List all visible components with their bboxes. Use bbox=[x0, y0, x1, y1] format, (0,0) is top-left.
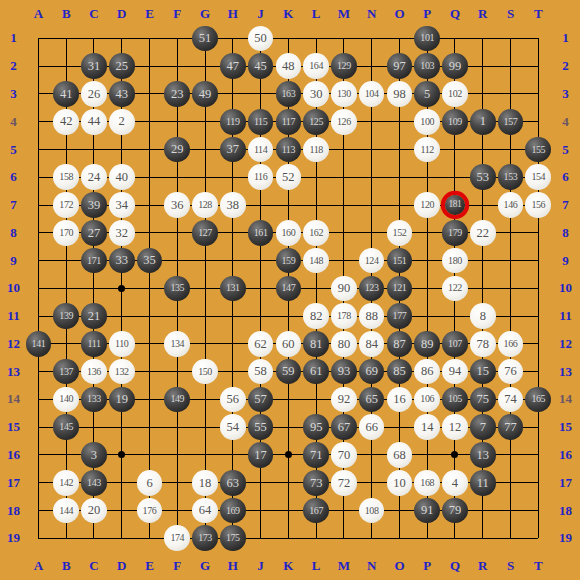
board-cell[interactable] bbox=[469, 524, 497, 552]
board-cell[interactable] bbox=[497, 25, 525, 53]
board-cell[interactable] bbox=[247, 497, 275, 525]
board-cell[interactable]: 88 bbox=[358, 302, 386, 330]
board-cell[interactable]: 167 bbox=[302, 497, 330, 525]
board-cell[interactable] bbox=[330, 25, 358, 53]
board-cell[interactable] bbox=[219, 25, 247, 53]
board-cell[interactable] bbox=[219, 441, 247, 469]
board-cell[interactable] bbox=[136, 219, 164, 247]
board-cell[interactable] bbox=[247, 524, 275, 552]
board-cell[interactable]: 132 bbox=[108, 358, 136, 386]
board-cell[interactable]: 4 bbox=[441, 469, 469, 497]
board-cell[interactable] bbox=[52, 524, 80, 552]
board-cell[interactable] bbox=[136, 330, 164, 358]
board-cell[interactable] bbox=[524, 413, 552, 441]
board-cell[interactable]: 45 bbox=[247, 52, 275, 80]
board-cell[interactable] bbox=[441, 136, 469, 164]
board-cell[interactable]: 58 bbox=[247, 358, 275, 386]
board-cell[interactable]: 95 bbox=[302, 413, 330, 441]
board-cell[interactable]: 109 bbox=[441, 108, 469, 136]
board-cell[interactable] bbox=[469, 247, 497, 275]
board-cell[interactable] bbox=[247, 80, 275, 108]
board-cell[interactable]: 61 bbox=[302, 358, 330, 386]
board-cell[interactable]: 168 bbox=[413, 469, 441, 497]
board-cell[interactable] bbox=[163, 497, 191, 525]
board-cell[interactable]: 73 bbox=[302, 469, 330, 497]
board-cell[interactable]: 26 bbox=[80, 80, 108, 108]
board-cell[interactable] bbox=[25, 80, 53, 108]
board-cell[interactable]: 1 bbox=[469, 108, 497, 136]
board-cell[interactable]: 2 bbox=[108, 108, 136, 136]
board-cell[interactable]: 8 bbox=[469, 302, 497, 330]
board-cell[interactable]: 72 bbox=[330, 469, 358, 497]
board-cell[interactable] bbox=[274, 441, 302, 469]
board-cell[interactable]: 131 bbox=[219, 274, 247, 302]
board-cell[interactable]: 175 bbox=[219, 524, 247, 552]
board-cell[interactable]: 14 bbox=[413, 413, 441, 441]
board-cell[interactable] bbox=[108, 524, 136, 552]
board-cell[interactable]: 120 bbox=[413, 191, 441, 219]
board-cell[interactable]: 128 bbox=[191, 191, 219, 219]
board-cell[interactable] bbox=[108, 441, 136, 469]
board-cell[interactable] bbox=[524, 497, 552, 525]
board-cell[interactable]: 126 bbox=[330, 108, 358, 136]
board-cell[interactable]: 6 bbox=[136, 469, 164, 497]
board-cell[interactable] bbox=[386, 413, 414, 441]
board-cell[interactable] bbox=[413, 219, 441, 247]
board-cell[interactable] bbox=[108, 136, 136, 164]
board-cell[interactable]: 29 bbox=[163, 136, 191, 164]
board-cell[interactable]: 145 bbox=[52, 413, 80, 441]
board-cell[interactable]: 77 bbox=[497, 413, 525, 441]
board-cell[interactable]: 178 bbox=[330, 302, 358, 330]
board-cell[interactable] bbox=[136, 386, 164, 414]
board-cell[interactable] bbox=[441, 441, 469, 469]
board-cell[interactable]: 3 bbox=[80, 441, 108, 469]
board-cell[interactable] bbox=[524, 80, 552, 108]
board-cell[interactable] bbox=[274, 25, 302, 53]
board-cell[interactable] bbox=[136, 80, 164, 108]
board-cell[interactable] bbox=[219, 302, 247, 330]
board-cell[interactable] bbox=[52, 52, 80, 80]
board-cell[interactable] bbox=[191, 136, 219, 164]
board-cell[interactable]: 38 bbox=[219, 191, 247, 219]
board-cell[interactable] bbox=[25, 108, 53, 136]
board-cell[interactable]: 20 bbox=[80, 497, 108, 525]
board-cell[interactable]: 174 bbox=[163, 524, 191, 552]
board-cell[interactable]: 5 bbox=[413, 80, 441, 108]
board-cell[interactable]: 110 bbox=[108, 330, 136, 358]
board-cell[interactable]: 124 bbox=[358, 247, 386, 275]
board-cell[interactable] bbox=[386, 136, 414, 164]
board-cell[interactable] bbox=[524, 330, 552, 358]
board-cell[interactable] bbox=[163, 469, 191, 497]
board-cell[interactable] bbox=[25, 469, 53, 497]
board-cell[interactable]: 97 bbox=[386, 52, 414, 80]
board-cell[interactable]: 127 bbox=[191, 219, 219, 247]
board-cell[interactable] bbox=[358, 191, 386, 219]
board-cell[interactable] bbox=[386, 163, 414, 191]
board-cell[interactable]: 159 bbox=[274, 247, 302, 275]
board-cell[interactable] bbox=[163, 219, 191, 247]
board-cell[interactable] bbox=[25, 191, 53, 219]
board-cell[interactable] bbox=[108, 302, 136, 330]
board-cell[interactable]: 119 bbox=[219, 108, 247, 136]
board-cell[interactable]: 91 bbox=[413, 497, 441, 525]
board-cell[interactable] bbox=[25, 136, 53, 164]
board-cell[interactable]: 17 bbox=[247, 441, 275, 469]
board-cell[interactable]: 180 bbox=[441, 247, 469, 275]
board-cell[interactable]: 59 bbox=[274, 358, 302, 386]
board-cell[interactable]: 170 bbox=[52, 219, 80, 247]
board-cell[interactable] bbox=[274, 469, 302, 497]
board-cell[interactable] bbox=[274, 386, 302, 414]
board-cell[interactable]: 51 bbox=[191, 25, 219, 53]
board-cell[interactable]: 139 bbox=[52, 302, 80, 330]
board-cell[interactable] bbox=[330, 247, 358, 275]
board-cell[interactable] bbox=[413, 274, 441, 302]
board-cell[interactable] bbox=[247, 302, 275, 330]
board-cell[interactable]: 148 bbox=[302, 247, 330, 275]
board-cell[interactable] bbox=[191, 163, 219, 191]
board-cell[interactable]: 87 bbox=[386, 330, 414, 358]
board-cell[interactable]: 158 bbox=[52, 163, 80, 191]
board-cell[interactable]: 78 bbox=[469, 330, 497, 358]
board-cell[interactable]: 7 bbox=[469, 413, 497, 441]
board-cell[interactable] bbox=[136, 302, 164, 330]
board-cell[interactable] bbox=[358, 136, 386, 164]
board-cell[interactable] bbox=[136, 25, 164, 53]
board-cell[interactable] bbox=[108, 469, 136, 497]
board-cell[interactable] bbox=[497, 136, 525, 164]
board-cell[interactable]: 16 bbox=[386, 386, 414, 414]
board-cell[interactable]: 13 bbox=[469, 441, 497, 469]
board-cell[interactable] bbox=[191, 52, 219, 80]
board-cell[interactable] bbox=[191, 247, 219, 275]
board-cell[interactable]: 157 bbox=[497, 108, 525, 136]
board-cell[interactable]: 68 bbox=[386, 441, 414, 469]
board-cell[interactable]: 57 bbox=[247, 386, 275, 414]
board-cell[interactable]: 102 bbox=[441, 80, 469, 108]
board-cell[interactable]: 30 bbox=[302, 80, 330, 108]
board-cell[interactable]: 36 bbox=[163, 191, 191, 219]
board-cell[interactable]: 125 bbox=[302, 108, 330, 136]
board-cell[interactable] bbox=[191, 441, 219, 469]
board-cell[interactable]: 94 bbox=[441, 358, 469, 386]
board-cell[interactable] bbox=[386, 191, 414, 219]
board-cell[interactable] bbox=[247, 247, 275, 275]
board-cell[interactable] bbox=[386, 108, 414, 136]
board-cell[interactable] bbox=[413, 247, 441, 275]
board-cell[interactable] bbox=[524, 25, 552, 53]
board-cell[interactable]: 177 bbox=[386, 302, 414, 330]
board-cell[interactable]: 118 bbox=[302, 136, 330, 164]
board-cell[interactable] bbox=[524, 358, 552, 386]
board-cell[interactable] bbox=[386, 497, 414, 525]
board-cell[interactable]: 117 bbox=[274, 108, 302, 136]
board-cell[interactable]: 15 bbox=[469, 358, 497, 386]
board-cell[interactable]: 84 bbox=[358, 330, 386, 358]
board-cell[interactable] bbox=[25, 302, 53, 330]
board-cell[interactable] bbox=[191, 413, 219, 441]
board-cell[interactable]: 34 bbox=[108, 191, 136, 219]
board-cell[interactable]: 104 bbox=[358, 80, 386, 108]
board-cell[interactable]: 144 bbox=[52, 497, 80, 525]
board-cell[interactable]: 39 bbox=[80, 191, 108, 219]
board-cell[interactable] bbox=[524, 247, 552, 275]
board-cell[interactable]: 55 bbox=[247, 413, 275, 441]
board-cell[interactable]: 52 bbox=[274, 163, 302, 191]
board-cell[interactable] bbox=[25, 386, 53, 414]
board-cell[interactable] bbox=[136, 163, 164, 191]
board-cell[interactable]: 19 bbox=[108, 386, 136, 414]
board-cell[interactable] bbox=[386, 25, 414, 53]
board-cell[interactable] bbox=[136, 441, 164, 469]
board-cell[interactable] bbox=[330, 163, 358, 191]
board-cell[interactable] bbox=[163, 163, 191, 191]
board-cell[interactable]: 40 bbox=[108, 163, 136, 191]
board-cell[interactable] bbox=[358, 163, 386, 191]
board-cell[interactable]: 79 bbox=[441, 497, 469, 525]
board-cell[interactable]: 41 bbox=[52, 80, 80, 108]
board-cell[interactable]: 82 bbox=[302, 302, 330, 330]
board-cell[interactable]: 85 bbox=[386, 358, 414, 386]
board-cell[interactable]: 98 bbox=[386, 80, 414, 108]
board-cell[interactable]: 137 bbox=[52, 358, 80, 386]
board-cell[interactable] bbox=[52, 330, 80, 358]
board-cell[interactable]: 111 bbox=[80, 330, 108, 358]
board-cell[interactable]: 35 bbox=[136, 247, 164, 275]
board-cell[interactable] bbox=[413, 524, 441, 552]
board-cell[interactable]: 75 bbox=[469, 386, 497, 414]
board-cell[interactable] bbox=[219, 219, 247, 247]
board-cell[interactable]: 176 bbox=[136, 497, 164, 525]
board-cell[interactable] bbox=[497, 441, 525, 469]
board-cell[interactable]: 113 bbox=[274, 136, 302, 164]
board-cell[interactable]: 150 bbox=[191, 358, 219, 386]
board-cell[interactable] bbox=[163, 108, 191, 136]
board-cell[interactable] bbox=[524, 302, 552, 330]
board-cell[interactable]: 25 bbox=[108, 52, 136, 80]
board-cell[interactable] bbox=[25, 441, 53, 469]
board-cell[interactable] bbox=[497, 247, 525, 275]
board-cell[interactable] bbox=[524, 219, 552, 247]
board-cell[interactable]: 160 bbox=[274, 219, 302, 247]
board-cell[interactable] bbox=[302, 274, 330, 302]
board-cell[interactable]: 21 bbox=[80, 302, 108, 330]
board-cell[interactable]: 115 bbox=[247, 108, 275, 136]
board-cell[interactable]: 47 bbox=[219, 52, 247, 80]
board-cell[interactable] bbox=[497, 274, 525, 302]
board-cell[interactable]: 171 bbox=[80, 247, 108, 275]
board-cell[interactable] bbox=[469, 80, 497, 108]
board-cell[interactable] bbox=[497, 52, 525, 80]
board-cell[interactable]: 169 bbox=[219, 497, 247, 525]
board-cell[interactable]: 107 bbox=[441, 330, 469, 358]
board-cell[interactable] bbox=[302, 386, 330, 414]
board-cell[interactable] bbox=[108, 274, 136, 302]
board-cell[interactable]: 172 bbox=[52, 191, 80, 219]
board-cell[interactable] bbox=[469, 191, 497, 219]
board-cell[interactable]: 100 bbox=[413, 108, 441, 136]
board-cell[interactable] bbox=[136, 524, 164, 552]
board-cell[interactable]: 122 bbox=[441, 274, 469, 302]
board-cell[interactable] bbox=[219, 163, 247, 191]
board-cell[interactable] bbox=[25, 274, 53, 302]
board-cell[interactable] bbox=[497, 302, 525, 330]
board-cell[interactable] bbox=[330, 191, 358, 219]
board-cell[interactable] bbox=[25, 52, 53, 80]
board-cell[interactable] bbox=[302, 524, 330, 552]
board-cell[interactable] bbox=[52, 441, 80, 469]
board-cell[interactable]: 43 bbox=[108, 80, 136, 108]
board-cell[interactable]: 37 bbox=[219, 136, 247, 164]
board-cell[interactable] bbox=[136, 136, 164, 164]
board-cell[interactable]: 153 bbox=[497, 163, 525, 191]
board-cell[interactable]: 108 bbox=[358, 497, 386, 525]
board-cell[interactable] bbox=[330, 136, 358, 164]
board-cell[interactable]: 92 bbox=[330, 386, 358, 414]
board-cell[interactable] bbox=[274, 497, 302, 525]
board-cell[interactable] bbox=[358, 469, 386, 497]
board-cell[interactable]: 121 bbox=[386, 274, 414, 302]
board-cell[interactable]: 162 bbox=[302, 219, 330, 247]
board-cell[interactable] bbox=[25, 358, 53, 386]
board-cell[interactable]: 66 bbox=[358, 413, 386, 441]
board-cell[interactable]: 69 bbox=[358, 358, 386, 386]
board-cell[interactable] bbox=[136, 274, 164, 302]
board-cell[interactable]: 152 bbox=[386, 219, 414, 247]
board-cell[interactable] bbox=[25, 247, 53, 275]
board-cell[interactable]: 133 bbox=[80, 386, 108, 414]
board-cell[interactable] bbox=[302, 163, 330, 191]
board-cell[interactable]: 105 bbox=[441, 386, 469, 414]
board-cell[interactable]: 141 bbox=[25, 330, 53, 358]
board-cell[interactable] bbox=[497, 497, 525, 525]
board-cell[interactable]: 49 bbox=[191, 80, 219, 108]
board-cell[interactable] bbox=[191, 302, 219, 330]
board-cell[interactable] bbox=[358, 441, 386, 469]
board-cell[interactable] bbox=[163, 52, 191, 80]
board-cell[interactable] bbox=[163, 358, 191, 386]
board-cell[interactable]: 173 bbox=[191, 524, 219, 552]
board-cell[interactable]: 156 bbox=[524, 191, 552, 219]
board-cell[interactable] bbox=[191, 330, 219, 358]
board-cell[interactable]: 114 bbox=[247, 136, 275, 164]
board-cell[interactable]: 65 bbox=[358, 386, 386, 414]
board-cell[interactable] bbox=[441, 524, 469, 552]
board-cell[interactable] bbox=[330, 524, 358, 552]
board-cell[interactable]: 76 bbox=[497, 358, 525, 386]
board-cell[interactable]: 86 bbox=[413, 358, 441, 386]
board-cell[interactable]: 179 bbox=[441, 219, 469, 247]
board-cell[interactable]: 54 bbox=[219, 413, 247, 441]
board-cell[interactable] bbox=[80, 524, 108, 552]
board-cell[interactable]: 164 bbox=[302, 52, 330, 80]
board-cell[interactable]: 48 bbox=[274, 52, 302, 80]
board-cell[interactable]: 24 bbox=[80, 163, 108, 191]
board-cell[interactable]: 53 bbox=[469, 163, 497, 191]
board-cell[interactable] bbox=[302, 25, 330, 53]
board-cell[interactable]: 147 bbox=[274, 274, 302, 302]
board-cell[interactable] bbox=[163, 441, 191, 469]
board-cell[interactable]: 44 bbox=[80, 108, 108, 136]
board-cell[interactable] bbox=[219, 330, 247, 358]
board-cell[interactable]: 136 bbox=[80, 358, 108, 386]
board-cell[interactable] bbox=[247, 469, 275, 497]
board-cell[interactable]: 165 bbox=[524, 386, 552, 414]
board-cell[interactable]: 64 bbox=[191, 497, 219, 525]
board-cell[interactable] bbox=[497, 469, 525, 497]
board-cell[interactable] bbox=[191, 108, 219, 136]
board-cell[interactable] bbox=[219, 80, 247, 108]
board-cell[interactable]: 146 bbox=[497, 191, 525, 219]
board-cell[interactable] bbox=[497, 219, 525, 247]
board-cell[interactable] bbox=[52, 247, 80, 275]
board-cell[interactable]: 151 bbox=[386, 247, 414, 275]
board-cell[interactable] bbox=[80, 413, 108, 441]
board-cell[interactable]: 80 bbox=[330, 330, 358, 358]
board-cell[interactable]: 149 bbox=[163, 386, 191, 414]
board-cell[interactable]: 90 bbox=[330, 274, 358, 302]
board-cell[interactable] bbox=[136, 413, 164, 441]
board-cell[interactable] bbox=[413, 302, 441, 330]
board-cell[interactable]: 70 bbox=[330, 441, 358, 469]
board-cell[interactable] bbox=[108, 25, 136, 53]
board-cell[interactable] bbox=[413, 441, 441, 469]
board-cell[interactable] bbox=[80, 25, 108, 53]
board-cell[interactable] bbox=[441, 302, 469, 330]
board-cell[interactable] bbox=[469, 52, 497, 80]
board-cell[interactable] bbox=[524, 108, 552, 136]
board-cell[interactable]: 10 bbox=[386, 469, 414, 497]
board-cell[interactable] bbox=[274, 413, 302, 441]
board-cell[interactable] bbox=[330, 497, 358, 525]
board-cell[interactable]: 142 bbox=[52, 469, 80, 497]
board-cell[interactable] bbox=[108, 497, 136, 525]
board-cell[interactable] bbox=[302, 191, 330, 219]
board-cell[interactable]: 143 bbox=[80, 469, 108, 497]
board-cell[interactable]: 116 bbox=[247, 163, 275, 191]
board-cell[interactable]: 11 bbox=[469, 469, 497, 497]
board-cell[interactable] bbox=[25, 413, 53, 441]
board-cell[interactable] bbox=[219, 358, 247, 386]
board-cell[interactable]: 103 bbox=[413, 52, 441, 80]
board-cell[interactable] bbox=[25, 497, 53, 525]
board-cell[interactable] bbox=[136, 52, 164, 80]
board-cell[interactable] bbox=[163, 247, 191, 275]
board-cell[interactable]: 99 bbox=[441, 52, 469, 80]
board-cell[interactable] bbox=[52, 136, 80, 164]
board-cell[interactable]: 101 bbox=[413, 25, 441, 53]
board-cell[interactable]: 33 bbox=[108, 247, 136, 275]
board-cell[interactable] bbox=[358, 25, 386, 53]
board-cell[interactable] bbox=[441, 25, 469, 53]
board-cell[interactable]: 140 bbox=[52, 386, 80, 414]
board-cell[interactable]: 74 bbox=[497, 386, 525, 414]
board-cell[interactable] bbox=[330, 219, 358, 247]
board-cell[interactable]: 50 bbox=[247, 25, 275, 53]
board-cell[interactable]: 12 bbox=[441, 413, 469, 441]
board-cell[interactable]: 155 bbox=[524, 136, 552, 164]
board-cell[interactable]: 161 bbox=[247, 219, 275, 247]
board-cell[interactable] bbox=[497, 524, 525, 552]
board-cell[interactable] bbox=[358, 524, 386, 552]
board-cell[interactable]: 106 bbox=[413, 386, 441, 414]
board-cell[interactable] bbox=[108, 413, 136, 441]
board-cell[interactable] bbox=[136, 358, 164, 386]
board-cell[interactable]: 130 bbox=[330, 80, 358, 108]
board-cell[interactable]: 81 bbox=[302, 330, 330, 358]
